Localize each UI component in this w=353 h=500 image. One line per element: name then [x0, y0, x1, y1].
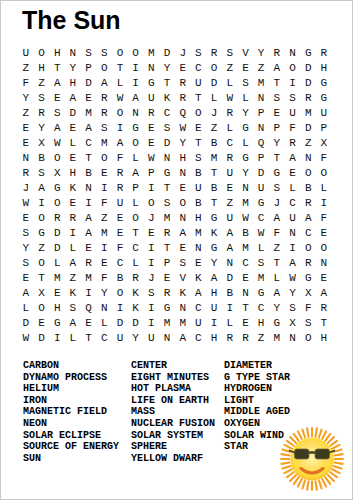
- grid-cell[interactable]: R: [316, 46, 332, 61]
- grid-cell[interactable]: S: [300, 316, 316, 331]
- grid-cell[interactable]: N: [18, 151, 34, 166]
- grid-cell[interactable]: U: [253, 181, 269, 196]
- grid-cell[interactable]: G: [128, 121, 144, 136]
- grid-cell[interactable]: W: [112, 91, 128, 106]
- grid-cell[interactable]: T: [159, 181, 175, 196]
- grid-cell[interactable]: R: [96, 91, 112, 106]
- grid-cell[interactable]: M: [144, 46, 160, 61]
- grid-cell[interactable]: D: [49, 226, 65, 241]
- grid-cell[interactable]: S: [49, 106, 65, 121]
- grid-cell[interactable]: U: [206, 301, 222, 316]
- grid-cell[interactable]: H: [316, 61, 332, 76]
- grid-cell[interactable]: I: [144, 316, 160, 331]
- grid-cell[interactable]: L: [128, 256, 144, 271]
- grid-cell[interactable]: O: [128, 46, 144, 61]
- grid-cell[interactable]: O: [191, 106, 207, 121]
- grid-cell[interactable]: I: [65, 226, 81, 241]
- grid-cell[interactable]: I: [144, 256, 160, 271]
- grid-cell[interactable]: G: [49, 181, 65, 196]
- grid-cell[interactable]: O: [128, 211, 144, 226]
- grid-cell[interactable]: E: [81, 91, 97, 106]
- grid-cell[interactable]: O: [128, 136, 144, 151]
- grid-cell[interactable]: Z: [300, 136, 316, 151]
- grid-cell[interactable]: H: [49, 46, 65, 61]
- grid-cell[interactable]: Y: [18, 91, 34, 106]
- grid-cell[interactable]: V: [238, 46, 254, 61]
- grid-cell[interactable]: C: [285, 196, 301, 211]
- grid-cell[interactable]: R: [175, 91, 191, 106]
- grid-cell[interactable]: A: [65, 91, 81, 106]
- grid-cell[interactable]: O: [34, 46, 50, 61]
- grid-cell[interactable]: M: [253, 76, 269, 91]
- grid-cell[interactable]: B: [112, 271, 128, 286]
- grid-cell[interactable]: G: [269, 316, 285, 331]
- grid-cell[interactable]: A: [128, 91, 144, 106]
- grid-cell[interactable]: E: [49, 286, 65, 301]
- grid-cell[interactable]: H: [34, 61, 50, 76]
- grid-cell[interactable]: N: [222, 256, 238, 271]
- grid-cell[interactable]: A: [81, 226, 97, 241]
- grid-cell[interactable]: W: [285, 271, 301, 286]
- grid-cell[interactable]: O: [96, 61, 112, 76]
- grid-cell[interactable]: Y: [159, 61, 175, 76]
- grid-cell[interactable]: T: [49, 61, 65, 76]
- grid-cell[interactable]: H: [175, 151, 191, 166]
- grid-cell[interactable]: K: [206, 226, 222, 241]
- grid-cell[interactable]: M: [81, 271, 97, 286]
- grid-cell[interactable]: Z: [222, 61, 238, 76]
- grid-cell[interactable]: G: [316, 91, 332, 106]
- grid-cell[interactable]: E: [96, 166, 112, 181]
- grid-cell[interactable]: Y: [128, 331, 144, 346]
- grid-cell[interactable]: Y: [34, 121, 50, 136]
- grid-cell[interactable]: E: [191, 121, 207, 136]
- grid-cell[interactable]: S: [18, 256, 34, 271]
- grid-cell[interactable]: C: [222, 136, 238, 151]
- grid-cell[interactable]: R: [128, 271, 144, 286]
- grid-cell[interactable]: E: [112, 211, 128, 226]
- grid-cell[interactable]: O: [316, 241, 332, 256]
- grid-cell[interactable]: T: [34, 271, 50, 286]
- grid-cell[interactable]: F: [269, 226, 285, 241]
- grid-cell[interactable]: O: [112, 286, 128, 301]
- grid-cell[interactable]: D: [222, 271, 238, 286]
- grid-cell[interactable]: L: [65, 331, 81, 346]
- grid-cell[interactable]: F: [316, 211, 332, 226]
- grid-cell[interactable]: C: [253, 301, 269, 316]
- grid-cell[interactable]: A: [18, 286, 34, 301]
- grid-cell[interactable]: Z: [96, 211, 112, 226]
- grid-cell[interactable]: I: [285, 241, 301, 256]
- grid-cell[interactable]: C: [96, 331, 112, 346]
- grid-cell[interactable]: T: [128, 226, 144, 241]
- grid-cell[interactable]: E: [65, 196, 81, 211]
- grid-cell[interactable]: P: [81, 61, 97, 76]
- grid-cell[interactable]: T: [81, 151, 97, 166]
- grid-cell[interactable]: O: [300, 241, 316, 256]
- grid-cell[interactable]: W: [175, 121, 191, 136]
- grid-cell[interactable]: E: [65, 121, 81, 136]
- grid-cell[interactable]: Y: [65, 61, 81, 76]
- grid-cell[interactable]: L: [206, 91, 222, 106]
- grid-cell[interactable]: R: [300, 256, 316, 271]
- grid-cell[interactable]: E: [238, 316, 254, 331]
- grid-cell[interactable]: G: [253, 286, 269, 301]
- grid-cell[interactable]: N: [175, 301, 191, 316]
- grid-cell[interactable]: E: [191, 256, 207, 271]
- grid-cell[interactable]: H: [206, 286, 222, 301]
- grid-cell[interactable]: U: [285, 106, 301, 121]
- grid-cell[interactable]: R: [96, 106, 112, 121]
- grid-cell[interactable]: K: [159, 91, 175, 106]
- grid-cell[interactable]: G: [300, 271, 316, 286]
- grid-cell[interactable]: E: [81, 241, 97, 256]
- grid-cell[interactable]: D: [253, 166, 269, 181]
- grid-cell[interactable]: K: [175, 286, 191, 301]
- grid-cell[interactable]: E: [96, 256, 112, 271]
- grid-cell[interactable]: N: [144, 61, 160, 76]
- grid-cell[interactable]: A: [81, 211, 97, 226]
- grid-cell[interactable]: F: [96, 196, 112, 211]
- grid-cell[interactable]: W: [18, 196, 34, 211]
- grid-cell[interactable]: H: [316, 331, 332, 346]
- grid-cell[interactable]: W: [253, 226, 269, 241]
- grid-cell[interactable]: J: [18, 181, 34, 196]
- grid-cell[interactable]: Y: [238, 166, 254, 181]
- grid-cell[interactable]: R: [300, 91, 316, 106]
- grid-cell[interactable]: S: [222, 46, 238, 61]
- grid-cell[interactable]: Q: [253, 136, 269, 151]
- grid-cell[interactable]: D: [34, 331, 50, 346]
- grid-cell[interactable]: X: [316, 136, 332, 151]
- grid-cell[interactable]: L: [128, 196, 144, 211]
- grid-cell[interactable]: Y: [253, 46, 269, 61]
- grid-cell[interactable]: M: [238, 241, 254, 256]
- grid-cell[interactable]: Z: [18, 61, 34, 76]
- grid-cell[interactable]: A: [222, 241, 238, 256]
- grid-cell[interactable]: E: [144, 136, 160, 151]
- grid-cell[interactable]: O: [144, 196, 160, 211]
- grid-cell[interactable]: F: [18, 76, 34, 91]
- grid-cell[interactable]: M: [159, 316, 175, 331]
- grid-cell[interactable]: R: [285, 136, 301, 151]
- grid-cell[interactable]: U: [144, 91, 160, 106]
- grid-cell[interactable]: A: [269, 61, 285, 76]
- grid-cell[interactable]: I: [34, 196, 50, 211]
- grid-cell[interactable]: O: [112, 46, 128, 61]
- grid-cell[interactable]: N: [285, 46, 301, 61]
- grid-cell[interactable]: Y: [269, 136, 285, 151]
- grid-cell[interactable]: K: [191, 271, 207, 286]
- grid-cell[interactable]: R: [65, 211, 81, 226]
- grid-cell[interactable]: N: [175, 166, 191, 181]
- grid-cell[interactable]: M: [269, 331, 285, 346]
- grid-cell[interactable]: S: [18, 226, 34, 241]
- grid-cell[interactable]: J: [269, 196, 285, 211]
- grid-cell[interactable]: E: [316, 226, 332, 241]
- grid-cell[interactable]: A: [81, 121, 97, 136]
- grid-cell[interactable]: W: [144, 151, 160, 166]
- grid-cell[interactable]: S: [96, 121, 112, 136]
- grid-cell[interactable]: C: [128, 241, 144, 256]
- grid-cell[interactable]: A: [112, 136, 128, 151]
- grid-cell[interactable]: I: [144, 181, 160, 196]
- grid-cell[interactable]: E: [159, 271, 175, 286]
- grid-cell[interactable]: M: [253, 271, 269, 286]
- grid-cell[interactable]: A: [285, 256, 301, 271]
- grid-cell[interactable]: S: [191, 46, 207, 61]
- grid-cell[interactable]: C: [253, 211, 269, 226]
- grid-cell[interactable]: M: [206, 151, 222, 166]
- grid-cell[interactable]: L: [316, 181, 332, 196]
- grid-cell[interactable]: L: [253, 241, 269, 256]
- grid-cell[interactable]: C: [159, 106, 175, 121]
- grid-cell[interactable]: N: [128, 106, 144, 121]
- grid-cell[interactable]: X: [34, 286, 50, 301]
- grid-cell[interactable]: L: [18, 301, 34, 316]
- grid-cell[interactable]: S: [65, 301, 81, 316]
- grid-cell[interactable]: H: [49, 301, 65, 316]
- grid-cell[interactable]: B: [34, 151, 50, 166]
- grid-cell[interactable]: F: [112, 151, 128, 166]
- grid-cell[interactable]: L: [285, 181, 301, 196]
- grid-cell[interactable]: S: [269, 181, 285, 196]
- grid-cell[interactable]: T: [316, 316, 332, 331]
- grid-cell[interactable]: N: [253, 121, 269, 136]
- grid-cell[interactable]: Y: [18, 241, 34, 256]
- grid-cell[interactable]: Z: [18, 106, 34, 121]
- grid-cell[interactable]: P: [253, 106, 269, 121]
- grid-cell[interactable]: A: [128, 166, 144, 181]
- grid-cell[interactable]: B: [81, 166, 97, 181]
- grid-cell[interactable]: A: [222, 226, 238, 241]
- grid-cell[interactable]: R: [112, 181, 128, 196]
- grid-cell[interactable]: I: [112, 301, 128, 316]
- grid-cell[interactable]: Z: [34, 241, 50, 256]
- grid-cell[interactable]: D: [128, 316, 144, 331]
- grid-cell[interactable]: E: [81, 316, 97, 331]
- grid-cell[interactable]: S: [269, 91, 285, 106]
- grid-cell[interactable]: M: [238, 196, 254, 211]
- grid-cell[interactable]: P: [316, 121, 332, 136]
- grid-cell[interactable]: S: [191, 151, 207, 166]
- grid-cell[interactable]: P: [128, 181, 144, 196]
- grid-cell[interactable]: M: [175, 316, 191, 331]
- grid-cell[interactable]: V: [175, 271, 191, 286]
- grid-cell[interactable]: Z: [253, 331, 269, 346]
- grid-cell[interactable]: C: [191, 301, 207, 316]
- grid-cell[interactable]: E: [316, 271, 332, 286]
- grid-cell[interactable]: S: [159, 196, 175, 211]
- grid-cell[interactable]: G: [238, 121, 254, 136]
- grid-cell[interactable]: O: [34, 256, 50, 271]
- grid-cell[interactable]: O: [34, 211, 50, 226]
- grid-cell[interactable]: G: [159, 166, 175, 181]
- grid-cell[interactable]: T: [269, 76, 285, 91]
- grid-cell[interactable]: L: [65, 136, 81, 151]
- grid-cell[interactable]: L: [238, 91, 254, 106]
- grid-cell[interactable]: F: [285, 121, 301, 136]
- grid-cell[interactable]: F: [112, 241, 128, 256]
- grid-cell[interactable]: U: [112, 196, 128, 211]
- grid-cell[interactable]: X: [285, 316, 301, 331]
- grid-cell[interactable]: J: [144, 271, 160, 286]
- grid-cell[interactable]: E: [49, 91, 65, 106]
- grid-cell[interactable]: G: [159, 301, 175, 316]
- grid-cell[interactable]: A: [175, 226, 191, 241]
- grid-cell[interactable]: X: [34, 136, 50, 151]
- grid-cell[interactable]: E: [18, 136, 34, 151]
- grid-cell[interactable]: S: [34, 166, 50, 181]
- grid-cell[interactable]: G: [238, 151, 254, 166]
- grid-cell[interactable]: D: [112, 316, 128, 331]
- grid-cell[interactable]: L: [222, 121, 238, 136]
- grid-cell[interactable]: T: [159, 241, 175, 256]
- grid-cell[interactable]: D: [18, 316, 34, 331]
- grid-cell[interactable]: C: [112, 256, 128, 271]
- grid-cell[interactable]: L: [112, 76, 128, 91]
- grid-cell[interactable]: L: [96, 316, 112, 331]
- grid-cell[interactable]: Y: [96, 286, 112, 301]
- grid-cell[interactable]: N: [238, 181, 254, 196]
- grid-cell[interactable]: H: [253, 316, 269, 331]
- grid-cell[interactable]: E: [222, 181, 238, 196]
- grid-cell[interactable]: X: [49, 166, 65, 181]
- grid-cell[interactable]: I: [144, 241, 160, 256]
- grid-cell[interactable]: R: [159, 226, 175, 241]
- grid-cell[interactable]: U: [112, 331, 128, 346]
- grid-cell[interactable]: L: [269, 271, 285, 286]
- grid-cell[interactable]: W: [49, 136, 65, 151]
- grid-cell[interactable]: A: [34, 181, 50, 196]
- grid-cell[interactable]: C: [300, 226, 316, 241]
- grid-cell[interactable]: C: [191, 61, 207, 76]
- grid-cell[interactable]: I: [285, 76, 301, 91]
- grid-cell[interactable]: A: [206, 271, 222, 286]
- grid-cell[interactable]: E: [18, 121, 34, 136]
- grid-cell[interactable]: A: [316, 286, 332, 301]
- grid-cell[interactable]: U: [191, 76, 207, 91]
- grid-cell[interactable]: P: [253, 151, 269, 166]
- grid-cell[interactable]: Y: [269, 301, 285, 316]
- grid-cell[interactable]: T: [191, 91, 207, 106]
- grid-cell[interactable]: X: [300, 286, 316, 301]
- grid-cell[interactable]: M: [81, 106, 97, 121]
- grid-cell[interactable]: R: [222, 106, 238, 121]
- grid-cell[interactable]: E: [238, 61, 254, 76]
- grid-cell[interactable]: T: [269, 256, 285, 271]
- grid-cell[interactable]: Z: [222, 196, 238, 211]
- grid-cell[interactable]: I: [128, 76, 144, 91]
- grid-cell[interactable]: N: [96, 301, 112, 316]
- grid-cell[interactable]: Z: [65, 271, 81, 286]
- grid-cell[interactable]: Z: [269, 241, 285, 256]
- grid-cell[interactable]: R: [238, 331, 254, 346]
- grid-cell[interactable]: S: [238, 76, 254, 91]
- grid-cell[interactable]: N: [285, 331, 301, 346]
- grid-cell[interactable]: F: [96, 271, 112, 286]
- grid-cell[interactable]: B: [191, 196, 207, 211]
- grid-cell[interactable]: O: [285, 61, 301, 76]
- grid-cell[interactable]: S: [81, 46, 97, 61]
- grid-cell[interactable]: R: [81, 256, 97, 271]
- grid-cell[interactable]: A: [49, 76, 65, 91]
- grid-cell[interactable]: N: [238, 286, 254, 301]
- grid-cell[interactable]: I: [206, 316, 222, 331]
- grid-cell[interactable]: T: [191, 136, 207, 151]
- grid-cell[interactable]: R: [300, 196, 316, 211]
- grid-cell[interactable]: G: [300, 46, 316, 61]
- grid-cell[interactable]: I: [49, 331, 65, 346]
- grid-cell[interactable]: Y: [285, 286, 301, 301]
- grid-cell[interactable]: E: [144, 226, 160, 241]
- grid-cell[interactable]: M: [300, 106, 316, 121]
- grid-cell[interactable]: E: [144, 121, 160, 136]
- grid-cell[interactable]: B: [191, 166, 207, 181]
- grid-cell[interactable]: U: [191, 181, 207, 196]
- grid-cell[interactable]: T: [112, 61, 128, 76]
- grid-cell[interactable]: F: [300, 301, 316, 316]
- grid-cell[interactable]: N: [65, 46, 81, 61]
- grid-cell[interactable]: M: [49, 271, 65, 286]
- grid-cell[interactable]: I: [128, 61, 144, 76]
- grid-cell[interactable]: C: [191, 331, 207, 346]
- grid-cell[interactable]: N: [253, 91, 269, 106]
- grid-cell[interactable]: R: [159, 286, 175, 301]
- grid-cell[interactable]: G: [49, 316, 65, 331]
- grid-cell[interactable]: K: [128, 286, 144, 301]
- grid-cell[interactable]: T: [159, 76, 175, 91]
- grid-cell[interactable]: I: [144, 301, 160, 316]
- grid-cell[interactable]: E: [175, 181, 191, 196]
- grid-cell[interactable]: E: [175, 61, 191, 76]
- grid-cell[interactable]: N: [316, 256, 332, 271]
- grid-cell[interactable]: U: [191, 316, 207, 331]
- grid-cell[interactable]: A: [269, 286, 285, 301]
- grid-cell[interactable]: U: [144, 331, 160, 346]
- grid-cell[interactable]: E: [18, 271, 34, 286]
- grid-cell[interactable]: S: [253, 256, 269, 271]
- grid-cell[interactable]: R: [175, 76, 191, 91]
- grid-cell[interactable]: Q: [81, 301, 97, 316]
- grid-cell[interactable]: D: [159, 46, 175, 61]
- grid-cell[interactable]: C: [238, 256, 254, 271]
- grid-cell[interactable]: B: [206, 136, 222, 151]
- grid-cell[interactable]: G: [144, 76, 160, 91]
- grid-cell[interactable]: L: [128, 151, 144, 166]
- grid-cell[interactable]: I: [96, 241, 112, 256]
- grid-cell[interactable]: O: [112, 106, 128, 121]
- grid-cell[interactable]: G: [269, 166, 285, 181]
- grid-cell[interactable]: O: [49, 196, 65, 211]
- grid-cell[interactable]: T: [238, 301, 254, 316]
- grid-cell[interactable]: E: [269, 106, 285, 121]
- grid-cell[interactable]: N: [159, 151, 175, 166]
- grid-cell[interactable]: J: [144, 211, 160, 226]
- grid-cell[interactable]: O: [96, 151, 112, 166]
- grid-cell[interactable]: K: [128, 301, 144, 316]
- grid-cell[interactable]: M: [191, 226, 207, 241]
- grid-cell[interactable]: L: [238, 136, 254, 151]
- grid-cell[interactable]: D: [300, 76, 316, 91]
- grid-cell[interactable]: O: [300, 331, 316, 346]
- grid-cell[interactable]: A: [191, 286, 207, 301]
- grid-cell[interactable]: N: [175, 211, 191, 226]
- grid-cell[interactable]: G: [253, 196, 269, 211]
- grid-cell[interactable]: T: [269, 151, 285, 166]
- grid-cell[interactable]: H: [65, 166, 81, 181]
- grid-cell[interactable]: D: [65, 106, 81, 121]
